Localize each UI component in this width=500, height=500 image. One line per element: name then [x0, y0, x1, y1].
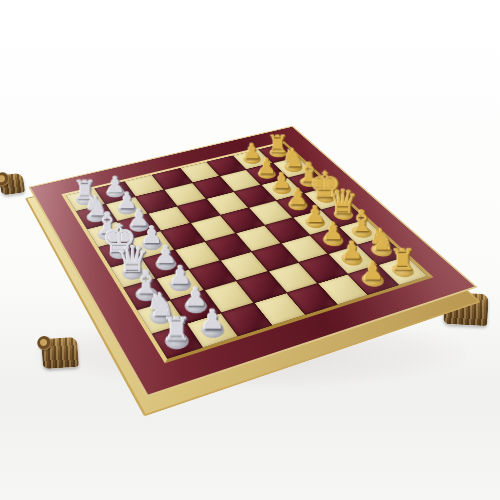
chessboard-scene: ♜♟♟♜♞♟♟♞♝♟♟♝♚♟♟♚♛♟♟♛♝♟♟♝♞♟♟♞♜♟♟♜: [70, 68, 400, 398]
piece-white-pawn-a2: ♟: [200, 306, 225, 334]
piece-black-rook-a8: ♜: [389, 245, 416, 275]
product-photo: ♜♟♟♜♞♟♟♞♝♟♟♝♚♟♟♚♛♟♟♛♝♟♟♝♞♟♟♞♜♟♟♜: [0, 0, 500, 500]
square-a3: [221, 303, 271, 336]
piece-black-pawn-a7: ♟: [361, 257, 384, 283]
board-foot-left: [0, 172, 25, 195]
piece-white-rook-a1: ♜: [162, 313, 191, 346]
